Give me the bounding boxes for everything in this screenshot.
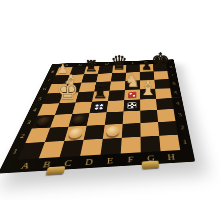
square-h4 [156,98,174,110]
square-f6: ♞ [125,80,140,90]
square-b5: ♚ [59,92,78,103]
red-die [128,92,137,98]
square-f3 [123,111,141,124]
rank-label: 4 [172,98,184,109]
square-d5: ♜ [92,91,110,102]
square-e4 [107,100,125,112]
square-c2 [64,126,86,141]
square-d1 [80,139,103,156]
rank-label: 2 [176,121,190,135]
brass-clasp-left [45,166,65,175]
square-c8: ♜ [84,66,100,74]
square-g5: ♝ [140,89,156,100]
square-h2 [158,121,178,136]
white-die [127,102,136,108]
file-label: D [77,155,100,169]
square-e2 [103,124,123,139]
square-d2 [84,125,105,140]
square-g3 [140,110,158,123]
black-rook: ♜ [84,59,98,74]
square-f2 [122,123,141,138]
square-h3 [157,109,176,122]
board-grid: ♟♜♛♟♚♝♞♚♜♝ [18,63,180,159]
square-e1 [101,138,122,155]
white-king: ♚ [56,78,78,103]
black-rook: ♜ [92,83,108,100]
file-label: E [99,153,121,167]
square-g1 [141,136,161,153]
white-bishop: ♝ [139,79,157,99]
rank-label: 6 [169,79,180,88]
light-checker [106,126,120,137]
square-d4 [89,101,108,113]
dark-checker [35,116,52,126]
light-checker [68,127,84,138]
square-d3 [87,112,107,125]
square-g4 [140,99,157,111]
black-king: ♚ [151,50,170,71]
square-e6 [110,81,126,91]
board-frame: ABCDEFGH ABCDEFGH 87654321 87654321 ♟♜♛♟… [0,59,195,173]
file-label: F [120,152,141,166]
black-queen: ♛ [110,53,127,72]
square-f4 [123,100,140,112]
square-e3 [105,111,124,124]
white-knight: ♞ [125,72,140,89]
dark-checker [72,115,87,125]
square-g2 [140,122,159,137]
square-f1 [121,137,141,154]
square-g8: ♟ [140,64,154,72]
brass-clasp-right [142,161,159,169]
black-pawn: ♟ [141,60,152,72]
rank-label: 3 [174,108,187,121]
square-h8: ♚ [153,63,167,71]
dark-die [94,104,104,111]
file-label: H [161,150,183,164]
square-h1 [159,135,180,151]
chess-set-photo[interactable]: ABCDEFGH ABCDEFGH 87654321 87654321 ♟♜♛♟… [0,0,220,200]
